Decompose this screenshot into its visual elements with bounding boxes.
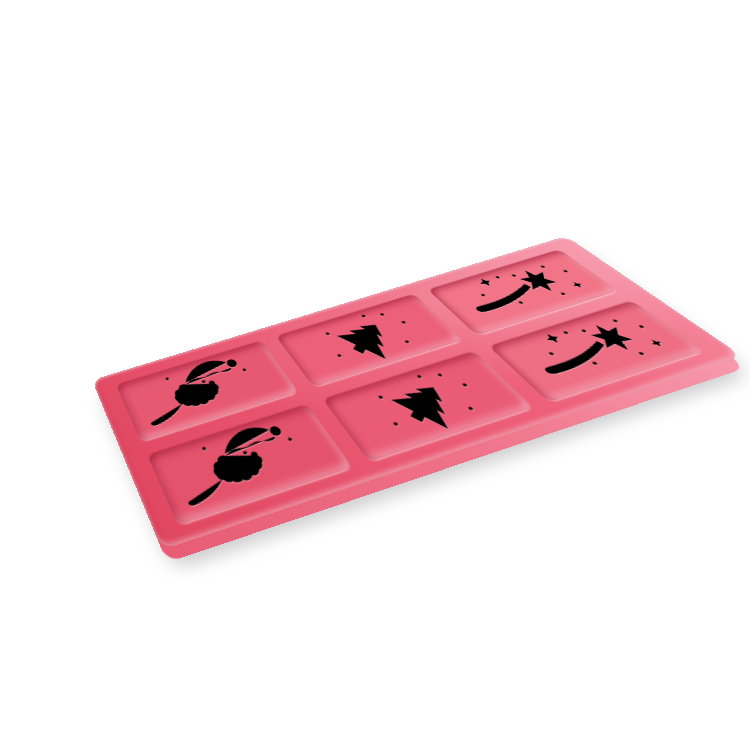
product-photo (0, 0, 750, 750)
